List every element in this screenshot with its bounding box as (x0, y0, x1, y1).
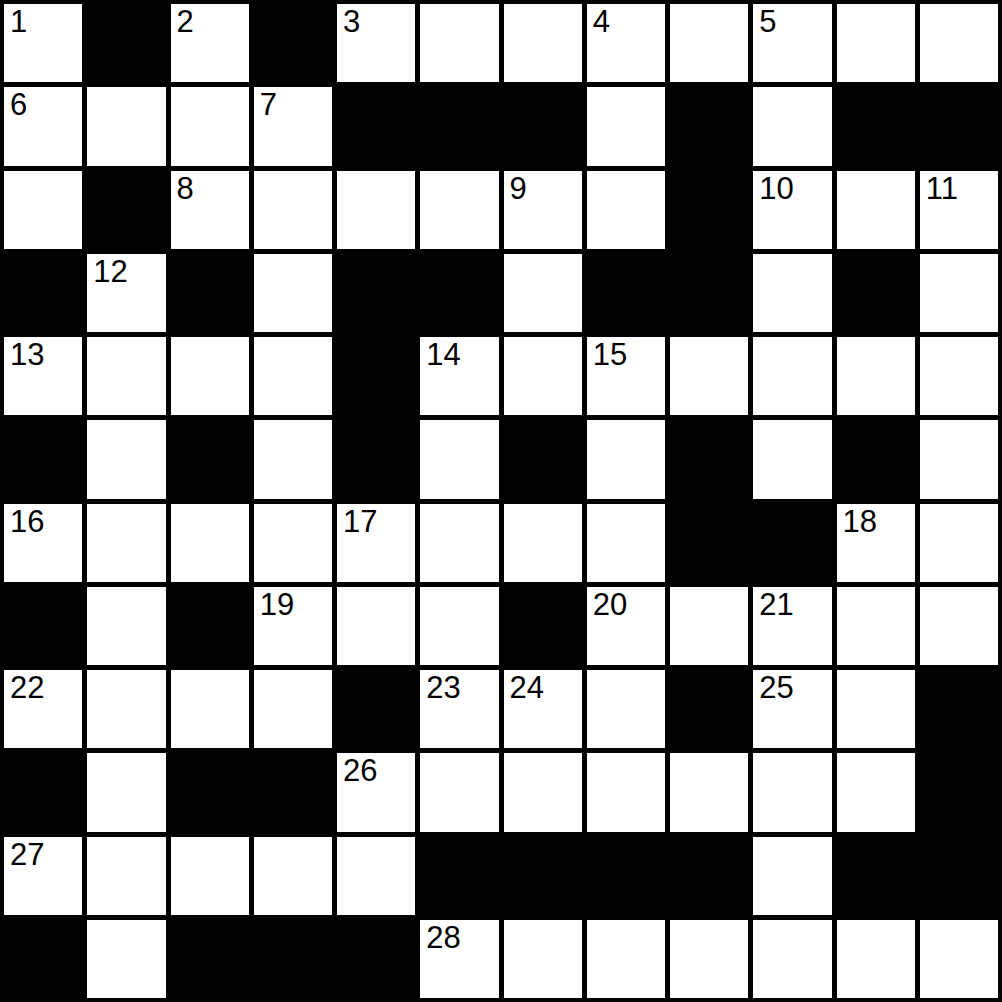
clue-number-3: 3 (343, 6, 360, 39)
white-cell-r4-c2[interactable] (171, 337, 249, 415)
white-cell-r9-c9[interactable] (753, 753, 831, 831)
white-cell-r10-c2[interactable] (171, 837, 249, 915)
black-cell-r3-c5 (420, 254, 498, 332)
black-cell-r5-c10 (837, 420, 915, 498)
clue-number-25: 25 (759, 672, 793, 705)
white-cell-r6-c2[interactable] (171, 504, 249, 582)
white-cell-r3-c1[interactable]: 12 (87, 254, 165, 332)
white-cell-r8-c1[interactable] (87, 670, 165, 748)
black-cell-r10-c6 (504, 837, 582, 915)
white-cell-r7-c9[interactable]: 21 (753, 587, 831, 665)
white-cell-r7-c10[interactable] (837, 587, 915, 665)
clue-number-14: 14 (426, 339, 460, 372)
white-cell-r11-c5[interactable]: 28 (420, 920, 498, 998)
clue-number-20: 20 (593, 589, 627, 622)
black-cell-r10-c10 (837, 837, 915, 915)
white-cell-r10-c0[interactable]: 27 (4, 837, 82, 915)
white-cell-r4-c5[interactable]: 14 (420, 337, 498, 415)
black-cell-r7-c0 (4, 587, 82, 665)
clue-number-22: 22 (10, 672, 44, 705)
white-cell-r9-c4[interactable]: 26 (337, 753, 415, 831)
white-cell-r9-c7[interactable] (587, 753, 665, 831)
black-cell-r3-c0 (4, 254, 82, 332)
white-cell-r9-c10[interactable] (837, 753, 915, 831)
black-cell-r6-c8 (670, 504, 748, 582)
white-cell-r10-c3[interactable] (254, 837, 332, 915)
white-cell-r4-c8[interactable] (670, 337, 748, 415)
black-cell-r8-c8 (670, 670, 748, 748)
black-cell-r1-c8 (670, 87, 748, 165)
white-cell-r8-c5[interactable]: 23 (420, 670, 498, 748)
white-cell-r11-c9[interactable] (753, 920, 831, 998)
white-cell-r8-c0[interactable]: 22 (4, 670, 82, 748)
black-cell-r5-c8 (670, 420, 748, 498)
black-cell-r9-c11 (920, 753, 998, 831)
white-cell-r6-c11[interactable] (920, 504, 998, 582)
clue-number-8: 8 (177, 173, 194, 206)
black-cell-r11-c2 (171, 920, 249, 998)
white-cell-r6-c0[interactable]: 16 (4, 504, 82, 582)
clue-number-26: 26 (343, 755, 377, 788)
white-cell-r3-c6[interactable] (504, 254, 582, 332)
clue-number-28: 28 (426, 922, 460, 955)
white-cell-r2-c2[interactable]: 8 (171, 171, 249, 249)
white-cell-r9-c8[interactable] (670, 753, 748, 831)
clue-number-17: 17 (343, 506, 377, 539)
clue-number-9: 9 (510, 173, 527, 206)
black-cell-r2-c1 (87, 171, 165, 249)
white-cell-r10-c4[interactable] (337, 837, 415, 915)
white-cell-r8-c10[interactable] (837, 670, 915, 748)
white-cell-r0-c9[interactable]: 5 (753, 4, 831, 82)
white-cell-r2-c0[interactable] (4, 171, 82, 249)
black-cell-r9-c3 (254, 753, 332, 831)
white-cell-r5-c7[interactable] (587, 420, 665, 498)
black-cell-r5-c0 (4, 420, 82, 498)
white-cell-r6-c10[interactable]: 18 (837, 504, 915, 582)
black-cell-r1-c11 (920, 87, 998, 165)
clue-number-11: 11 (926, 173, 958, 206)
white-cell-r6-c7[interactable] (587, 504, 665, 582)
white-cell-r11-c8[interactable] (670, 920, 748, 998)
white-cell-r0-c6[interactable] (504, 4, 582, 82)
black-cell-r10-c8 (670, 837, 748, 915)
white-cell-r2-c10[interactable] (837, 171, 915, 249)
black-cell-r1-c5 (420, 87, 498, 165)
black-cell-r5-c4 (337, 420, 415, 498)
white-cell-r10-c9[interactable] (753, 837, 831, 915)
white-cell-r4-c7[interactable]: 15 (587, 337, 665, 415)
black-cell-r10-c7 (587, 837, 665, 915)
white-cell-r1-c3[interactable]: 7 (254, 87, 332, 165)
black-cell-r1-c4 (337, 87, 415, 165)
white-cell-r8-c2[interactable] (171, 670, 249, 748)
white-cell-r7-c3[interactable]: 19 (254, 587, 332, 665)
black-cell-r4-c4 (337, 337, 415, 415)
black-cell-r6-c9 (753, 504, 831, 582)
white-cell-r7-c1[interactable] (87, 587, 165, 665)
white-cell-r5-c3[interactable] (254, 420, 332, 498)
white-cell-r9-c5[interactable] (420, 753, 498, 831)
clue-number-2: 2 (177, 6, 194, 39)
black-cell-r3-c4 (337, 254, 415, 332)
black-cell-r8-c11 (920, 670, 998, 748)
white-cell-r11-c6[interactable] (504, 920, 582, 998)
white-cell-r4-c6[interactable] (504, 337, 582, 415)
black-cell-r3-c7 (587, 254, 665, 332)
white-cell-r2-c3[interactable] (254, 171, 332, 249)
clue-number-6: 6 (10, 89, 27, 122)
clue-number-23: 23 (426, 672, 460, 705)
white-cell-r8-c9[interactable]: 25 (753, 670, 831, 748)
black-cell-r5-c6 (504, 420, 582, 498)
white-cell-r4-c3[interactable] (254, 337, 332, 415)
white-cell-r11-c10[interactable] (837, 920, 915, 998)
black-cell-r1-c10 (837, 87, 915, 165)
black-cell-r10-c11 (920, 837, 998, 915)
black-cell-r2-c8 (670, 171, 748, 249)
white-cell-r11-c11[interactable] (920, 920, 998, 998)
white-cell-r7-c11[interactable] (920, 587, 998, 665)
white-cell-r1-c0[interactable]: 6 (4, 87, 82, 165)
white-cell-r6-c1[interactable] (87, 504, 165, 582)
white-cell-r7-c8[interactable] (670, 587, 748, 665)
white-cell-r5-c11[interactable] (920, 420, 998, 498)
white-cell-r1-c7[interactable] (587, 87, 665, 165)
white-cell-r9-c1[interactable] (87, 753, 165, 831)
white-cell-r5-c1[interactable] (87, 420, 165, 498)
crossword-grid: 1234567891011121314151617181920212223242… (0, 0, 1002, 1002)
white-cell-r4-c10[interactable] (837, 337, 915, 415)
clue-number-10: 10 (759, 173, 793, 206)
black-cell-r3-c8 (670, 254, 748, 332)
white-cell-r0-c10[interactable] (837, 4, 915, 82)
white-cell-r11-c7[interactable] (587, 920, 665, 998)
white-cell-r1-c2[interactable] (171, 87, 249, 165)
clue-number-5: 5 (759, 6, 776, 39)
white-cell-r0-c4[interactable]: 3 (337, 4, 415, 82)
white-cell-r2-c11[interactable]: 11 (920, 171, 998, 249)
white-cell-r6-c6[interactable] (504, 504, 582, 582)
white-cell-r7-c5[interactable] (420, 587, 498, 665)
white-cell-r7-c7[interactable]: 20 (587, 587, 665, 665)
black-cell-r11-c3 (254, 920, 332, 998)
black-cell-r3-c2 (171, 254, 249, 332)
white-cell-r3-c11[interactable] (920, 254, 998, 332)
black-cell-r8-c4 (337, 670, 415, 748)
white-cell-r5-c5[interactable] (420, 420, 498, 498)
white-cell-r2-c4[interactable] (337, 171, 415, 249)
white-cell-r6-c5[interactable] (420, 504, 498, 582)
clue-number-24: 24 (510, 672, 544, 705)
white-cell-r3-c3[interactable] (254, 254, 332, 332)
black-cell-r0-c3 (254, 4, 332, 82)
clue-number-16: 16 (10, 506, 44, 539)
clue-number-1: 1 (10, 6, 27, 39)
white-cell-r0-c2[interactable]: 2 (171, 4, 249, 82)
black-cell-r3-c10 (837, 254, 915, 332)
white-cell-r2-c5[interactable] (420, 171, 498, 249)
black-cell-r9-c0 (4, 753, 82, 831)
black-cell-r9-c2 (171, 753, 249, 831)
white-cell-r4-c11[interactable] (920, 337, 998, 415)
white-cell-r0-c8[interactable] (670, 4, 748, 82)
white-cell-r6-c4[interactable]: 17 (337, 504, 415, 582)
white-cell-r0-c7[interactable]: 4 (587, 4, 665, 82)
clue-number-15: 15 (593, 339, 627, 372)
white-cell-r8-c3[interactable] (254, 670, 332, 748)
black-cell-r7-c2 (171, 587, 249, 665)
white-cell-r0-c11[interactable] (920, 4, 998, 82)
white-cell-r3-c9[interactable] (753, 254, 831, 332)
white-cell-r8-c7[interactable] (587, 670, 665, 748)
clue-number-12: 12 (93, 256, 127, 289)
white-cell-r5-c9[interactable] (753, 420, 831, 498)
white-cell-r0-c5[interactable] (420, 4, 498, 82)
black-cell-r0-c1 (87, 4, 165, 82)
black-cell-r1-c6 (504, 87, 582, 165)
black-cell-r7-c6 (504, 587, 582, 665)
black-cell-r11-c0 (4, 920, 82, 998)
white-cell-r11-c1[interactable] (87, 920, 165, 998)
clue-number-4: 4 (593, 6, 610, 39)
white-cell-r6-c3[interactable] (254, 504, 332, 582)
white-cell-r4-c0[interactable]: 13 (4, 337, 82, 415)
white-cell-r2-c9[interactable]: 10 (753, 171, 831, 249)
white-cell-r1-c1[interactable] (87, 87, 165, 165)
black-cell-r10-c5 (420, 837, 498, 915)
clue-number-7: 7 (260, 89, 277, 122)
black-cell-r11-c4 (337, 920, 415, 998)
white-cell-r8-c6[interactable]: 24 (504, 670, 582, 748)
white-cell-r7-c4[interactable] (337, 587, 415, 665)
clue-number-19: 19 (260, 589, 294, 622)
black-cell-r5-c2 (171, 420, 249, 498)
white-cell-r0-c0[interactable]: 1 (4, 4, 82, 82)
clue-number-27: 27 (10, 839, 44, 872)
white-cell-r9-c6[interactable] (504, 753, 582, 831)
clue-number-18: 18 (843, 506, 877, 539)
clue-number-21: 21 (759, 589, 793, 622)
white-cell-r10-c1[interactable] (87, 837, 165, 915)
white-cell-r2-c6[interactable]: 9 (504, 171, 582, 249)
white-cell-r4-c1[interactable] (87, 337, 165, 415)
white-cell-r1-c9[interactable] (753, 87, 831, 165)
white-cell-r2-c7[interactable] (587, 171, 665, 249)
white-cell-r4-c9[interactable] (753, 337, 831, 415)
clue-number-13: 13 (10, 339, 44, 372)
